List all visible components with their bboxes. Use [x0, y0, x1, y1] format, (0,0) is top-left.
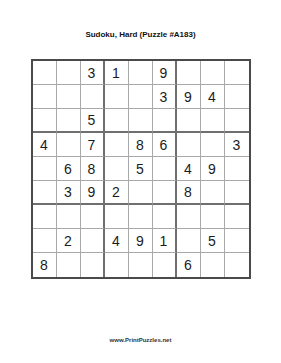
cell-r4c3: 7 — [81, 133, 105, 157]
cell-r9c2 — [57, 253, 81, 277]
cell-r5c1 — [33, 157, 57, 181]
cell-r8c3 — [81, 229, 105, 253]
cell-r5c5: 5 — [129, 157, 153, 181]
cell-r4c9: 3 — [225, 133, 249, 157]
cell-r5c4 — [105, 157, 129, 181]
cell-r8c2: 2 — [57, 229, 81, 253]
cell-r6c3: 9 — [81, 181, 105, 205]
cell-r4c8 — [201, 133, 225, 157]
sudoku-page: Sudoku, Hard (Puzzle #A183) 319394547863… — [0, 0, 281, 363]
cell-r3c4 — [105, 109, 129, 133]
cell-r7c2 — [57, 205, 81, 229]
cell-r8c9 — [225, 229, 249, 253]
cell-r7c6 — [153, 205, 177, 229]
cell-r3c9 — [225, 109, 249, 133]
cell-r8c7 — [177, 229, 201, 253]
cell-r9c9 — [225, 253, 249, 277]
cell-r8c8: 5 — [201, 229, 225, 253]
cell-r5c6 — [153, 157, 177, 181]
cell-r8c1 — [33, 229, 57, 253]
cell-r6c8 — [201, 181, 225, 205]
cell-r2c9 — [225, 85, 249, 109]
cell-r1c7 — [177, 61, 201, 85]
cell-r1c4: 1 — [105, 61, 129, 85]
cell-r4c6: 6 — [153, 133, 177, 157]
cell-r7c1 — [33, 205, 57, 229]
cell-r5c2: 6 — [57, 157, 81, 181]
cell-r6c5 — [129, 181, 153, 205]
cell-r8c4: 4 — [105, 229, 129, 253]
cell-r1c2 — [57, 61, 81, 85]
cell-r5c9 — [225, 157, 249, 181]
cell-r3c5 — [129, 109, 153, 133]
cell-r7c9 — [225, 205, 249, 229]
cell-r6c1 — [33, 181, 57, 205]
cell-r1c6: 9 — [153, 61, 177, 85]
cell-r7c4 — [105, 205, 129, 229]
cell-r3c6 — [153, 109, 177, 133]
cell-r4c1: 4 — [33, 133, 57, 157]
cell-r5c8: 9 — [201, 157, 225, 181]
cell-r2c7: 9 — [177, 85, 201, 109]
cell-r3c1 — [33, 109, 57, 133]
cell-r3c2 — [57, 109, 81, 133]
cell-r4c2 — [57, 133, 81, 157]
cell-r6c7: 8 — [177, 181, 201, 205]
cell-r7c7 — [177, 205, 201, 229]
footer-site-url: www.PrintPuzzles.net — [0, 337, 281, 343]
cell-r6c4: 2 — [105, 181, 129, 205]
cell-r6c9 — [225, 181, 249, 205]
cell-r2c4 — [105, 85, 129, 109]
cell-r9c4 — [105, 253, 129, 277]
cell-r9c5 — [129, 253, 153, 277]
cell-r6c2: 3 — [57, 181, 81, 205]
cell-r2c8: 4 — [201, 85, 225, 109]
cell-r7c8 — [201, 205, 225, 229]
cell-r9c1: 8 — [33, 253, 57, 277]
cell-r9c7: 6 — [177, 253, 201, 277]
cell-r2c2 — [57, 85, 81, 109]
cell-r2c5 — [129, 85, 153, 109]
cell-r5c3: 8 — [81, 157, 105, 181]
cell-r1c5 — [129, 61, 153, 85]
cell-r2c6: 3 — [153, 85, 177, 109]
cell-r1c8 — [201, 61, 225, 85]
cell-r9c3 — [81, 253, 105, 277]
cell-r1c3: 3 — [81, 61, 105, 85]
cell-r3c8 — [201, 109, 225, 133]
cell-r8c5: 9 — [129, 229, 153, 253]
cell-r2c3 — [81, 85, 105, 109]
cell-r1c1 — [33, 61, 57, 85]
cell-r8c6: 1 — [153, 229, 177, 253]
cell-r4c5: 8 — [129, 133, 153, 157]
cell-r3c7 — [177, 109, 201, 133]
sudoku-board: 3193945478636854939282491586 — [31, 59, 251, 279]
cell-r4c4 — [105, 133, 129, 157]
cell-r9c8 — [201, 253, 225, 277]
cell-r2c1 — [33, 85, 57, 109]
page-title: Sudoku, Hard (Puzzle #A183) — [0, 30, 281, 39]
cell-r4c7 — [177, 133, 201, 157]
cell-r1c9 — [225, 61, 249, 85]
cell-r5c7: 4 — [177, 157, 201, 181]
cell-r9c6 — [153, 253, 177, 277]
cell-r6c6 — [153, 181, 177, 205]
cell-r7c5 — [129, 205, 153, 229]
cell-r3c3: 5 — [81, 109, 105, 133]
cell-r7c3 — [81, 205, 105, 229]
